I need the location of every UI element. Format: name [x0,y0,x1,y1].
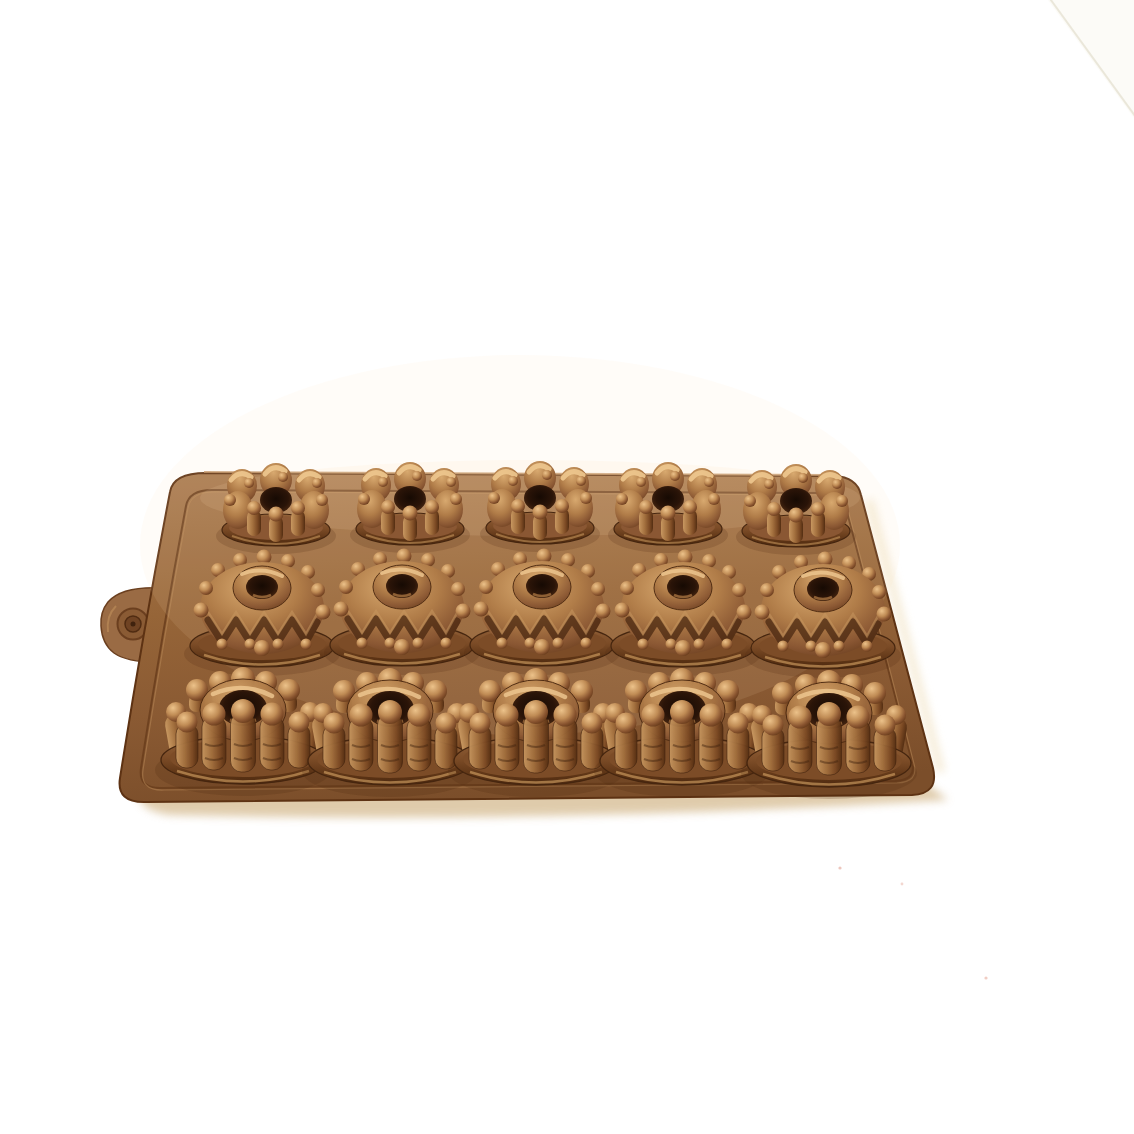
mold-cavity-r1c4 [608,462,728,553]
mold-cavity-r1c2 [350,462,470,553]
cavity-layer [155,461,917,799]
mold-cavity-r1c1 [216,463,336,554]
mold-cavity-r1c5 [736,464,856,555]
screenshot [0,0,1134,1134]
mold-cavity-r1c3 [480,461,600,552]
hang-hole-center [131,622,136,627]
product-photo [0,0,1134,1134]
